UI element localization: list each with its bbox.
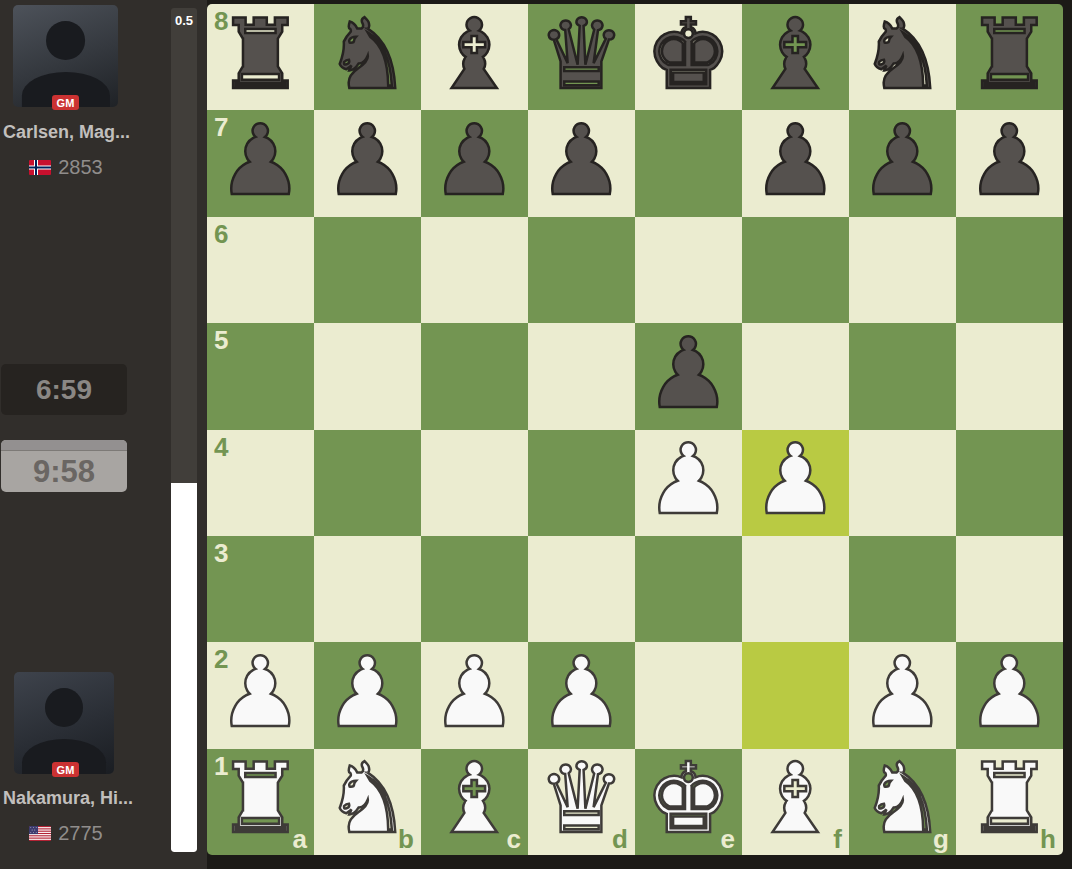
- piece-white-pawn-b2[interactable]: ♟: [324, 644, 411, 741]
- square-a2[interactable]: 2♟: [207, 642, 314, 748]
- piece-black-king-e8[interactable]: ♚: [645, 6, 732, 103]
- square-g3[interactable]: [849, 536, 956, 642]
- piece-black-queen-d8[interactable]: ♛: [538, 6, 625, 103]
- square-c2[interactable]: ♟: [421, 642, 528, 748]
- square-g2[interactable]: ♟: [849, 642, 956, 748]
- square-b1[interactable]: b♞: [314, 749, 421, 855]
- square-g8[interactable]: ♞: [849, 4, 956, 110]
- clock-top: 6:59: [1, 364, 127, 415]
- square-h1[interactable]: h♜: [956, 749, 1063, 855]
- chess-board[interactable]: 8♜♞♝♛♚♝♞♜7♟♟♟♟♟♟♟65♟4♟♟32♟♟♟♟♟♟1a♜b♞c♝d♛…: [207, 4, 1063, 855]
- square-h3[interactable]: [956, 536, 1063, 642]
- square-c3[interactable]: [421, 536, 528, 642]
- piece-black-pawn-g7[interactable]: ♟: [859, 112, 946, 209]
- rank-label-4: 4: [214, 434, 228, 460]
- piece-white-queen-d1[interactable]: ♛: [538, 750, 625, 847]
- piece-white-rook-h1[interactable]: ♜: [966, 750, 1053, 847]
- square-b7[interactable]: ♟: [314, 110, 421, 216]
- player-top-rating: 2853: [58, 156, 103, 179]
- square-a3[interactable]: 3: [207, 536, 314, 642]
- square-d3[interactable]: [528, 536, 635, 642]
- piece-black-knight-g8[interactable]: ♞: [859, 6, 946, 103]
- player-bottom-name[interactable]: Nakamura, Hi...: [3, 788, 163, 809]
- clock-bottom: 9:58: [1, 440, 127, 492]
- piece-black-pawn-b7[interactable]: ♟: [324, 112, 411, 209]
- square-c8[interactable]: ♝: [421, 4, 528, 110]
- square-e4[interactable]: ♟: [635, 430, 742, 536]
- piece-white-pawn-d2[interactable]: ♟: [538, 644, 625, 741]
- square-f1[interactable]: f♝: [742, 749, 849, 855]
- evaluation-bar-white-fill: [171, 483, 197, 852]
- square-h5[interactable]: [956, 323, 1063, 429]
- square-g7[interactable]: ♟: [849, 110, 956, 216]
- sidebar: GM Carlsen, Mag... 2853 6:59 9:58 GM Nak…: [0, 0, 171, 869]
- clock-bottom-band: [1, 440, 127, 451]
- norway-flag-icon: [29, 160, 51, 175]
- square-d8[interactable]: ♛: [528, 4, 635, 110]
- player-bottom-avatar[interactable]: [14, 672, 114, 774]
- player-bottom-title-badge: GM: [52, 762, 79, 777]
- square-b4[interactable]: [314, 430, 421, 536]
- square-e6[interactable]: [635, 217, 742, 323]
- square-f6[interactable]: [742, 217, 849, 323]
- square-a1[interactable]: 1a♜: [207, 749, 314, 855]
- square-d5[interactable]: [528, 323, 635, 429]
- square-c6[interactable]: [421, 217, 528, 323]
- square-f3[interactable]: [742, 536, 849, 642]
- square-b2[interactable]: ♟: [314, 642, 421, 748]
- piece-black-pawn-e5[interactable]: ♟: [645, 325, 732, 422]
- piece-black-knight-b8[interactable]: ♞: [324, 6, 411, 103]
- square-f2[interactable]: [742, 642, 849, 748]
- avatar-silhouette-head: [45, 688, 83, 727]
- square-f8[interactable]: ♝: [742, 4, 849, 110]
- square-d7[interactable]: ♟: [528, 110, 635, 216]
- square-e8[interactable]: ♚: [635, 4, 742, 110]
- square-d6[interactable]: [528, 217, 635, 323]
- square-g6[interactable]: [849, 217, 956, 323]
- square-h6[interactable]: [956, 217, 1063, 323]
- square-e5[interactable]: ♟: [635, 323, 742, 429]
- square-c7[interactable]: ♟: [421, 110, 528, 216]
- board-area: 8♜♞♝♛♚♝♞♜7♟♟♟♟♟♟♟65♟4♟♟32♟♟♟♟♟♟1a♜b♞c♝d♛…: [207, 0, 1072, 869]
- clock-top-time: 6:59: [36, 374, 92, 406]
- piece-white-bishop-c1[interactable]: ♝: [431, 750, 518, 847]
- square-f5[interactable]: [742, 323, 849, 429]
- piece-white-pawn-a2[interactable]: ♟: [217, 644, 304, 741]
- piece-white-bishop-f1[interactable]: ♝: [752, 750, 839, 847]
- rank-label-6: 6: [214, 221, 228, 247]
- square-h4[interactable]: [956, 430, 1063, 536]
- piece-white-pawn-e4[interactable]: ♟: [645, 431, 732, 528]
- square-h7[interactable]: ♟: [956, 110, 1063, 216]
- square-c4[interactable]: [421, 430, 528, 536]
- square-f4[interactable]: ♟: [742, 430, 849, 536]
- square-e7[interactable]: [635, 110, 742, 216]
- square-a5[interactable]: 5: [207, 323, 314, 429]
- square-a4[interactable]: 4: [207, 430, 314, 536]
- square-c5[interactable]: [421, 323, 528, 429]
- piece-black-pawn-d7[interactable]: ♟: [538, 112, 625, 209]
- player-bottom-rating: 2775: [58, 822, 103, 845]
- square-g5[interactable]: [849, 323, 956, 429]
- piece-black-pawn-c7[interactable]: ♟: [431, 112, 518, 209]
- evaluation-bar: 0.5: [171, 8, 197, 852]
- square-h8[interactable]: ♜: [956, 4, 1063, 110]
- square-e1[interactable]: e♚: [635, 749, 742, 855]
- piece-black-rook-h8[interactable]: ♜: [966, 6, 1053, 103]
- square-e2[interactable]: [635, 642, 742, 748]
- avatar-silhouette-head: [46, 21, 86, 60]
- piece-black-pawn-h7[interactable]: ♟: [966, 112, 1053, 209]
- square-b6[interactable]: [314, 217, 421, 323]
- square-e3[interactable]: [635, 536, 742, 642]
- piece-white-pawn-g2[interactable]: ♟: [859, 644, 946, 741]
- usa-flag-icon: [29, 826, 51, 841]
- player-top-avatar[interactable]: [13, 5, 118, 107]
- piece-black-rook-a8[interactable]: ♜: [217, 6, 304, 103]
- piece-white-king-e1[interactable]: ♚: [645, 750, 732, 847]
- square-g1[interactable]: g♞: [849, 749, 956, 855]
- piece-white-pawn-f4[interactable]: ♟: [752, 431, 839, 528]
- square-a7[interactable]: 7♟: [207, 110, 314, 216]
- square-b8[interactable]: ♞: [314, 4, 421, 110]
- player-top-name[interactable]: Carlsen, Mag...: [3, 122, 163, 143]
- player-bottom-rating-row: 2775: [0, 822, 132, 845]
- piece-black-pawn-f7[interactable]: ♟: [752, 112, 839, 209]
- piece-white-knight-g1[interactable]: ♞: [859, 750, 946, 847]
- square-g4[interactable]: [849, 430, 956, 536]
- square-b5[interactable]: [314, 323, 421, 429]
- clock-bottom-time: 9:58: [33, 451, 95, 492]
- piece-white-knight-b1[interactable]: ♞: [324, 750, 411, 847]
- square-h2[interactable]: ♟: [956, 642, 1063, 748]
- square-d4[interactable]: [528, 430, 635, 536]
- square-c1[interactable]: c♝: [421, 749, 528, 855]
- piece-white-rook-a1[interactable]: ♜: [217, 750, 304, 847]
- square-f7[interactable]: ♟: [742, 110, 849, 216]
- player-top-rating-row: 2853: [0, 156, 132, 179]
- piece-white-pawn-h2[interactable]: ♟: [966, 644, 1053, 741]
- square-d2[interactable]: ♟: [528, 642, 635, 748]
- square-b3[interactable]: [314, 536, 421, 642]
- rank-label-5: 5: [214, 327, 228, 353]
- square-a8[interactable]: 8♜: [207, 4, 314, 110]
- square-a6[interactable]: 6: [207, 217, 314, 323]
- piece-black-bishop-c8[interactable]: ♝: [431, 6, 518, 103]
- evaluation-score: 0.5: [171, 13, 197, 28]
- piece-black-bishop-f8[interactable]: ♝: [752, 6, 839, 103]
- square-d1[interactable]: d♛: [528, 749, 635, 855]
- player-top-title-badge: GM: [52, 95, 79, 110]
- piece-black-pawn-a7[interactable]: ♟: [217, 112, 304, 209]
- rank-label-3: 3: [214, 540, 228, 566]
- piece-white-pawn-c2[interactable]: ♟: [431, 644, 518, 741]
